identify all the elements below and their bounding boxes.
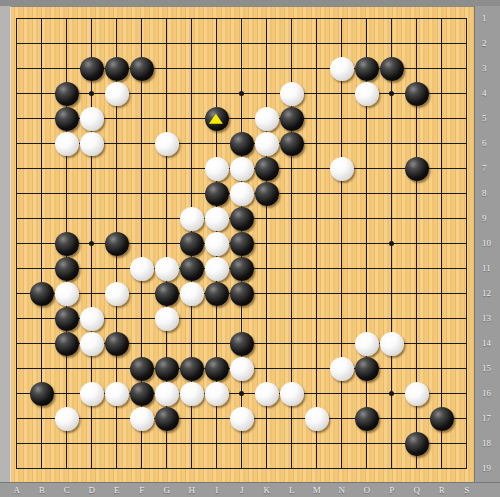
intersection-L7[interactable] xyxy=(279,156,304,181)
intersection-O9[interactable] xyxy=(354,206,379,231)
intersection-D11[interactable] xyxy=(79,256,104,281)
intersection-N3[interactable] xyxy=(329,56,354,81)
intersection-M12[interactable] xyxy=(304,281,329,306)
intersection-I5[interactable] xyxy=(204,106,229,131)
intersection-B10[interactable] xyxy=(29,231,54,256)
intersection-G4[interactable] xyxy=(154,81,179,106)
intersection-J15[interactable] xyxy=(229,356,254,381)
intersection-Q6[interactable] xyxy=(404,131,429,156)
intersection-C15[interactable] xyxy=(54,356,79,381)
intersection-J18[interactable] xyxy=(229,431,254,456)
intersection-H2[interactable] xyxy=(179,31,204,56)
intersection-A19[interactable] xyxy=(4,456,29,481)
intersection-M11[interactable] xyxy=(304,256,329,281)
intersection-N13[interactable] xyxy=(329,306,354,331)
intersection-I3[interactable] xyxy=(204,56,229,81)
intersection-Q16[interactable] xyxy=(404,381,429,406)
intersection-G10[interactable] xyxy=(154,231,179,256)
intersection-R4[interactable] xyxy=(429,81,454,106)
intersection-D3[interactable] xyxy=(79,56,104,81)
intersection-I13[interactable] xyxy=(204,306,229,331)
intersection-H13[interactable] xyxy=(179,306,204,331)
intersection-M6[interactable] xyxy=(304,131,329,156)
intersection-A3[interactable] xyxy=(4,56,29,81)
intersection-F15[interactable] xyxy=(129,356,154,381)
intersection-B18[interactable] xyxy=(29,431,54,456)
intersection-H12[interactable] xyxy=(179,281,204,306)
intersection-G15[interactable] xyxy=(154,356,179,381)
intersection-E19[interactable] xyxy=(104,456,129,481)
intersection-G16[interactable] xyxy=(154,381,179,406)
intersection-E11[interactable] xyxy=(104,256,129,281)
intersection-D16[interactable] xyxy=(79,381,104,406)
intersection-K9[interactable] xyxy=(254,206,279,231)
intersection-M7[interactable] xyxy=(304,156,329,181)
intersection-N15[interactable] xyxy=(329,356,354,381)
intersection-G13[interactable] xyxy=(154,306,179,331)
intersection-L5[interactable] xyxy=(279,106,304,131)
intersection-E15[interactable] xyxy=(104,356,129,381)
intersection-O17[interactable] xyxy=(354,406,379,431)
intersection-E12[interactable] xyxy=(104,281,129,306)
intersection-G8[interactable] xyxy=(154,181,179,206)
intersection-F12[interactable] xyxy=(129,281,154,306)
intersection-I19[interactable] xyxy=(204,456,229,481)
intersection-Q7[interactable] xyxy=(404,156,429,181)
intersection-P19[interactable] xyxy=(379,456,404,481)
intersection-L10[interactable] xyxy=(279,231,304,256)
intersection-F7[interactable] xyxy=(129,156,154,181)
intersection-G2[interactable] xyxy=(154,31,179,56)
intersection-O2[interactable] xyxy=(354,31,379,56)
intersection-N4[interactable] xyxy=(329,81,354,106)
intersection-R19[interactable] xyxy=(429,456,454,481)
intersection-G5[interactable] xyxy=(154,106,179,131)
intersection-F6[interactable] xyxy=(129,131,154,156)
intersection-N14[interactable] xyxy=(329,331,354,356)
intersection-C11[interactable] xyxy=(54,256,79,281)
intersection-N10[interactable] xyxy=(329,231,354,256)
intersection-P3[interactable] xyxy=(379,56,404,81)
intersection-Q15[interactable] xyxy=(404,356,429,381)
intersection-R18[interactable] xyxy=(429,431,454,456)
intersection-E17[interactable] xyxy=(104,406,129,431)
intersection-J12[interactable] xyxy=(229,281,254,306)
intersection-R11[interactable] xyxy=(429,256,454,281)
intersection-R15[interactable] xyxy=(429,356,454,381)
intersection-N9[interactable] xyxy=(329,206,354,231)
intersection-Q14[interactable] xyxy=(404,331,429,356)
intersection-Q19[interactable] xyxy=(404,456,429,481)
intersection-B5[interactable] xyxy=(29,106,54,131)
intersection-E14[interactable] xyxy=(104,331,129,356)
intersection-A10[interactable] xyxy=(4,231,29,256)
intersection-J5[interactable] xyxy=(229,106,254,131)
intersection-R13[interactable] xyxy=(429,306,454,331)
intersection-L6[interactable] xyxy=(279,131,304,156)
intersection-M10[interactable] xyxy=(304,231,329,256)
intersection-G6[interactable] xyxy=(154,131,179,156)
intersection-N5[interactable] xyxy=(329,106,354,131)
intersection-H4[interactable] xyxy=(179,81,204,106)
intersection-L12[interactable] xyxy=(279,281,304,306)
intersection-K3[interactable] xyxy=(254,56,279,81)
intersection-A17[interactable] xyxy=(4,406,29,431)
intersection-G1[interactable] xyxy=(154,6,179,31)
intersection-E16[interactable] xyxy=(104,381,129,406)
intersection-D18[interactable] xyxy=(79,431,104,456)
intersection-O3[interactable] xyxy=(354,56,379,81)
intersection-F2[interactable] xyxy=(129,31,154,56)
intersection-F11[interactable] xyxy=(129,256,154,281)
intersection-B3[interactable] xyxy=(29,56,54,81)
intersection-C18[interactable] xyxy=(54,431,79,456)
intersection-Q8[interactable] xyxy=(404,181,429,206)
intersection-H9[interactable] xyxy=(179,206,204,231)
intersection-B19[interactable] xyxy=(29,456,54,481)
intersection-C6[interactable] xyxy=(54,131,79,156)
intersection-C7[interactable] xyxy=(54,156,79,181)
intersection-D9[interactable] xyxy=(79,206,104,231)
intersection-H10[interactable] xyxy=(179,231,204,256)
intersection-B1[interactable] xyxy=(29,6,54,31)
intersection-C1[interactable] xyxy=(54,6,79,31)
intersection-J17[interactable] xyxy=(229,406,254,431)
intersection-J13[interactable] xyxy=(229,306,254,331)
intersection-I4[interactable] xyxy=(204,81,229,106)
intersection-B14[interactable] xyxy=(29,331,54,356)
intersection-N6[interactable] xyxy=(329,131,354,156)
intersection-K8[interactable] xyxy=(254,181,279,206)
intersection-J11[interactable] xyxy=(229,256,254,281)
intersection-Q13[interactable] xyxy=(404,306,429,331)
intersection-N17[interactable] xyxy=(329,406,354,431)
intersection-I6[interactable] xyxy=(204,131,229,156)
intersection-G9[interactable] xyxy=(154,206,179,231)
intersection-H19[interactable] xyxy=(179,456,204,481)
intersection-L4[interactable] xyxy=(279,81,304,106)
intersection-C4[interactable] xyxy=(54,81,79,106)
intersection-K12[interactable] xyxy=(254,281,279,306)
intersection-M15[interactable] xyxy=(304,356,329,381)
intersection-R3[interactable] xyxy=(429,56,454,81)
intersection-C16[interactable] xyxy=(54,381,79,406)
intersection-Q18[interactable] xyxy=(404,431,429,456)
intersection-P8[interactable] xyxy=(379,181,404,206)
intersection-Q1[interactable] xyxy=(404,6,429,31)
intersection-R9[interactable] xyxy=(429,206,454,231)
intersection-F17[interactable] xyxy=(129,406,154,431)
intersection-K2[interactable] xyxy=(254,31,279,56)
intersection-C8[interactable] xyxy=(54,181,79,206)
intersection-C3[interactable] xyxy=(54,56,79,81)
intersection-K13[interactable] xyxy=(254,306,279,331)
intersection-C13[interactable] xyxy=(54,306,79,331)
intersection-C5[interactable] xyxy=(54,106,79,131)
intersection-I10[interactable] xyxy=(204,231,229,256)
intersection-I9[interactable] xyxy=(204,206,229,231)
intersection-H14[interactable] xyxy=(179,331,204,356)
intersection-K5[interactable] xyxy=(254,106,279,131)
intersection-H17[interactable] xyxy=(179,406,204,431)
intersection-R8[interactable] xyxy=(429,181,454,206)
intersection-E9[interactable] xyxy=(104,206,129,231)
intersection-F9[interactable] xyxy=(129,206,154,231)
intersection-A16[interactable] xyxy=(4,381,29,406)
intersection-E1[interactable] xyxy=(104,6,129,31)
intersection-K4[interactable] xyxy=(254,81,279,106)
intersection-K16[interactable] xyxy=(254,381,279,406)
intersection-D5[interactable] xyxy=(79,106,104,131)
intersection-Q10[interactable] xyxy=(404,231,429,256)
intersection-R6[interactable] xyxy=(429,131,454,156)
intersection-M16[interactable] xyxy=(304,381,329,406)
intersection-J14[interactable] xyxy=(229,331,254,356)
intersection-L19[interactable] xyxy=(279,456,304,481)
intersection-C14[interactable] xyxy=(54,331,79,356)
intersection-G19[interactable] xyxy=(154,456,179,481)
intersection-C17[interactable] xyxy=(54,406,79,431)
intersection-I2[interactable] xyxy=(204,31,229,56)
intersection-P14[interactable] xyxy=(379,331,404,356)
intersection-P11[interactable] xyxy=(379,256,404,281)
intersection-N2[interactable] xyxy=(329,31,354,56)
intersection-N7[interactable] xyxy=(329,156,354,181)
intersection-R17[interactable] xyxy=(429,406,454,431)
intersection-A7[interactable] xyxy=(4,156,29,181)
intersection-A9[interactable] xyxy=(4,206,29,231)
intersection-A12[interactable] xyxy=(4,281,29,306)
intersection-Q12[interactable] xyxy=(404,281,429,306)
intersection-M9[interactable] xyxy=(304,206,329,231)
intersection-M1[interactable] xyxy=(304,6,329,31)
intersection-L8[interactable] xyxy=(279,181,304,206)
intersection-Q3[interactable] xyxy=(404,56,429,81)
intersection-P9[interactable] xyxy=(379,206,404,231)
intersection-I12[interactable] xyxy=(204,281,229,306)
intersection-M8[interactable] xyxy=(304,181,329,206)
intersection-I17[interactable] xyxy=(204,406,229,431)
intersection-M18[interactable] xyxy=(304,431,329,456)
intersection-O15[interactable] xyxy=(354,356,379,381)
intersection-J2[interactable] xyxy=(229,31,254,56)
intersection-I15[interactable] xyxy=(204,356,229,381)
intersection-E2[interactable] xyxy=(104,31,129,56)
intersection-F1[interactable] xyxy=(129,6,154,31)
intersection-I1[interactable] xyxy=(204,6,229,31)
intersection-K11[interactable] xyxy=(254,256,279,281)
intersection-A8[interactable] xyxy=(4,181,29,206)
intersection-B17[interactable] xyxy=(29,406,54,431)
intersection-N1[interactable] xyxy=(329,6,354,31)
intersection-N18[interactable] xyxy=(329,431,354,456)
intersection-N12[interactable] xyxy=(329,281,354,306)
intersection-P1[interactable] xyxy=(379,6,404,31)
intersection-O7[interactable] xyxy=(354,156,379,181)
intersection-K18[interactable] xyxy=(254,431,279,456)
intersection-B8[interactable] xyxy=(29,181,54,206)
intersection-P2[interactable] xyxy=(379,31,404,56)
intersection-L15[interactable] xyxy=(279,356,304,381)
intersection-L16[interactable] xyxy=(279,381,304,406)
intersection-N8[interactable] xyxy=(329,181,354,206)
intersection-I14[interactable] xyxy=(204,331,229,356)
intersection-B2[interactable] xyxy=(29,31,54,56)
intersection-Q2[interactable] xyxy=(404,31,429,56)
intersection-I18[interactable] xyxy=(204,431,229,456)
intersection-O6[interactable] xyxy=(354,131,379,156)
intersection-A5[interactable] xyxy=(4,106,29,131)
intersection-E13[interactable] xyxy=(104,306,129,331)
intersection-H7[interactable] xyxy=(179,156,204,181)
intersection-Q11[interactable] xyxy=(404,256,429,281)
intersection-R5[interactable] xyxy=(429,106,454,131)
intersection-K7[interactable] xyxy=(254,156,279,181)
intersection-R7[interactable] xyxy=(429,156,454,181)
intersection-H11[interactable] xyxy=(179,256,204,281)
intersection-A13[interactable] xyxy=(4,306,29,331)
intersection-Q17[interactable] xyxy=(404,406,429,431)
intersection-R10[interactable] xyxy=(429,231,454,256)
intersection-L14[interactable] xyxy=(279,331,304,356)
intersection-P6[interactable] xyxy=(379,131,404,156)
intersection-E7[interactable] xyxy=(104,156,129,181)
intersection-O1[interactable] xyxy=(354,6,379,31)
intersection-D19[interactable] xyxy=(79,456,104,481)
intersection-E8[interactable] xyxy=(104,181,129,206)
intersection-C12[interactable] xyxy=(54,281,79,306)
intersection-P12[interactable] xyxy=(379,281,404,306)
intersection-J6[interactable] xyxy=(229,131,254,156)
intersection-O8[interactable] xyxy=(354,181,379,206)
intersection-R2[interactable] xyxy=(429,31,454,56)
intersection-C9[interactable] xyxy=(54,206,79,231)
intersection-Q4[interactable] xyxy=(404,81,429,106)
intersection-L3[interactable] xyxy=(279,56,304,81)
intersection-A11[interactable] xyxy=(4,256,29,281)
intersection-H6[interactable] xyxy=(179,131,204,156)
intersection-B16[interactable] xyxy=(29,381,54,406)
intersection-L17[interactable] xyxy=(279,406,304,431)
intersection-R12[interactable] xyxy=(429,281,454,306)
intersection-I11[interactable] xyxy=(204,256,229,281)
intersection-F5[interactable] xyxy=(129,106,154,131)
intersection-K17[interactable] xyxy=(254,406,279,431)
intersection-J10[interactable] xyxy=(229,231,254,256)
intersection-E10[interactable] xyxy=(104,231,129,256)
intersection-O10[interactable] xyxy=(354,231,379,256)
intersection-J3[interactable] xyxy=(229,56,254,81)
intersection-O12[interactable] xyxy=(354,281,379,306)
intersection-A6[interactable] xyxy=(4,131,29,156)
intersection-M17[interactable] xyxy=(304,406,329,431)
intersection-Q9[interactable] xyxy=(404,206,429,231)
intersection-F13[interactable] xyxy=(129,306,154,331)
intersection-H1[interactable] xyxy=(179,6,204,31)
intersection-B4[interactable] xyxy=(29,81,54,106)
intersection-D2[interactable] xyxy=(79,31,104,56)
intersection-F19[interactable] xyxy=(129,456,154,481)
intersection-J8[interactable] xyxy=(229,181,254,206)
intersection-G11[interactable] xyxy=(154,256,179,281)
intersection-I7[interactable] xyxy=(204,156,229,181)
intersection-G3[interactable] xyxy=(154,56,179,81)
intersection-C2[interactable] xyxy=(54,31,79,56)
intersection-O5[interactable] xyxy=(354,106,379,131)
intersection-A18[interactable] xyxy=(4,431,29,456)
intersection-L13[interactable] xyxy=(279,306,304,331)
intersection-R14[interactable] xyxy=(429,331,454,356)
intersection-Q5[interactable] xyxy=(404,106,429,131)
intersection-M14[interactable] xyxy=(304,331,329,356)
intersection-F3[interactable] xyxy=(129,56,154,81)
intersection-B12[interactable] xyxy=(29,281,54,306)
intersection-B6[interactable] xyxy=(29,131,54,156)
intersection-L9[interactable] xyxy=(279,206,304,231)
intersection-K1[interactable] xyxy=(254,6,279,31)
intersection-D14[interactable] xyxy=(79,331,104,356)
intersection-J7[interactable] xyxy=(229,156,254,181)
intersection-M13[interactable] xyxy=(304,306,329,331)
intersection-A2[interactable] xyxy=(4,31,29,56)
intersection-G18[interactable] xyxy=(154,431,179,456)
intersection-L2[interactable] xyxy=(279,31,304,56)
intersection-R1[interactable] xyxy=(429,6,454,31)
intersection-D12[interactable] xyxy=(79,281,104,306)
intersection-D1[interactable] xyxy=(79,6,104,31)
intersection-N19[interactable] xyxy=(329,456,354,481)
intersection-F14[interactable] xyxy=(129,331,154,356)
intersection-A4[interactable] xyxy=(4,81,29,106)
intersection-G12[interactable] xyxy=(154,281,179,306)
intersection-F8[interactable] xyxy=(129,181,154,206)
intersection-O11[interactable] xyxy=(354,256,379,281)
intersection-M5[interactable] xyxy=(304,106,329,131)
intersection-O16[interactable] xyxy=(354,381,379,406)
intersection-A1[interactable] xyxy=(4,6,29,31)
intersection-H16[interactable] xyxy=(179,381,204,406)
intersection-P7[interactable] xyxy=(379,156,404,181)
intersection-B13[interactable] xyxy=(29,306,54,331)
intersection-H18[interactable] xyxy=(179,431,204,456)
intersection-G17[interactable] xyxy=(154,406,179,431)
intersection-I8[interactable] xyxy=(204,181,229,206)
intersection-J19[interactable] xyxy=(229,456,254,481)
intersection-D7[interactable] xyxy=(79,156,104,181)
intersection-M4[interactable] xyxy=(304,81,329,106)
intersection-E5[interactable] xyxy=(104,106,129,131)
intersection-O13[interactable] xyxy=(354,306,379,331)
intersection-D17[interactable] xyxy=(79,406,104,431)
intersection-F16[interactable] xyxy=(129,381,154,406)
intersection-D6[interactable] xyxy=(79,131,104,156)
intersection-F10[interactable] xyxy=(129,231,154,256)
intersection-F18[interactable] xyxy=(129,431,154,456)
intersection-P5[interactable] xyxy=(379,106,404,131)
intersection-A14[interactable] xyxy=(4,331,29,356)
intersection-B7[interactable] xyxy=(29,156,54,181)
intersection-M3[interactable] xyxy=(304,56,329,81)
intersection-G14[interactable] xyxy=(154,331,179,356)
intersection-I16[interactable] xyxy=(204,381,229,406)
intersection-E4[interactable] xyxy=(104,81,129,106)
intersection-J9[interactable] xyxy=(229,206,254,231)
intersection-N11[interactable] xyxy=(329,256,354,281)
intersection-C10[interactable] xyxy=(54,231,79,256)
intersection-O19[interactable] xyxy=(354,456,379,481)
intersection-B11[interactable] xyxy=(29,256,54,281)
intersection-D15[interactable] xyxy=(79,356,104,381)
